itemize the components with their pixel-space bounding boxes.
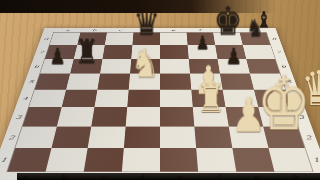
square-c1 [84, 148, 124, 172]
square-f3 [193, 107, 229, 126]
square-c4 [94, 90, 128, 108]
file-label-top-f: f [198, 28, 201, 31]
file-label-top-h: h [250, 28, 255, 31]
rank-label-right-6: 6 [280, 64, 286, 68]
square-a2 [15, 127, 56, 148]
square-h8 [240, 33, 271, 46]
square-e6 [160, 59, 190, 74]
square-b5 [66, 74, 100, 90]
square-e8 [160, 33, 188, 46]
file-label-top-b: b [92, 28, 97, 31]
square-c7 [103, 45, 133, 59]
square-a8 [50, 33, 81, 46]
square-h2 [263, 127, 304, 148]
square-a7 [45, 45, 77, 59]
square-g8 [213, 33, 243, 46]
square-b1 [46, 148, 88, 172]
square-c2 [88, 127, 126, 148]
square-d5 [129, 74, 160, 90]
square-d2 [124, 127, 160, 148]
square-h1 [268, 148, 312, 172]
square-b6 [70, 59, 102, 74]
square-g5 [220, 74, 254, 90]
square-c5 [97, 74, 130, 90]
chessboard-photo-scene: aa11bb22cc33dd44ee55ff66gg77hh88 ♛♚♞♟♟♜♟… [0, 0, 320, 180]
square-h6 [246, 59, 280, 74]
square-a5 [35, 74, 70, 90]
square-d1 [122, 148, 160, 172]
square-h3 [258, 107, 297, 126]
square-a4 [29, 90, 66, 108]
square-f4 [191, 90, 225, 108]
square-g7 [215, 45, 246, 59]
square-e2 [160, 127, 196, 148]
square-d3 [126, 107, 160, 126]
square-g6 [217, 59, 249, 74]
square-f6 [189, 59, 220, 74]
square-b8 [77, 33, 107, 46]
square-d4 [127, 90, 160, 108]
file-label-top-e: e [171, 28, 175, 31]
square-f1 [196, 148, 236, 172]
square-e3 [160, 107, 194, 126]
square-c6 [100, 59, 131, 74]
square-b4 [62, 90, 98, 108]
square-d7 [131, 45, 160, 59]
square-h7 [243, 45, 275, 59]
square-f2 [194, 127, 232, 148]
rank-label-right-7: 7 [275, 50, 281, 54]
letterbox-bottom-bar [17, 173, 320, 180]
square-b3 [57, 107, 95, 126]
square-c3 [91, 107, 127, 126]
square-d6 [130, 59, 160, 74]
square-g3 [226, 107, 264, 126]
square-h5 [250, 74, 285, 90]
square-c8 [105, 33, 134, 46]
square-g1 [232, 148, 274, 172]
rank-label-right-8: 8 [271, 37, 277, 41]
square-e7 [160, 45, 189, 59]
square-b7 [74, 45, 105, 59]
square-h4 [254, 90, 291, 108]
square-a3 [22, 107, 61, 126]
file-label-top-c: c [118, 28, 122, 31]
square-b2 [52, 127, 92, 148]
square-d8 [132, 33, 160, 46]
square-f8 [187, 33, 216, 46]
square-g2 [229, 127, 269, 148]
square-g4 [223, 90, 259, 108]
square-a6 [40, 59, 74, 74]
square-e1 [160, 148, 198, 172]
board-perspective-wrap: aa11bb22cc33dd44ee55ff66gg77hh88 ♛♚♞♟♟♜♟… [0, 28, 320, 180]
board-grid [7, 33, 312, 172]
board-surface: aa11bb22cc33dd44ee55ff66gg77hh88 [0, 28, 320, 180]
file-label-top-g: g [223, 28, 228, 31]
square-f5 [190, 74, 223, 90]
square-e5 [160, 74, 191, 90]
square-f7 [188, 45, 218, 59]
square-e4 [160, 90, 193, 108]
file-label-top-d: d [145, 28, 149, 31]
square-a1 [7, 148, 51, 172]
dark-background-band [0, 0, 320, 13]
